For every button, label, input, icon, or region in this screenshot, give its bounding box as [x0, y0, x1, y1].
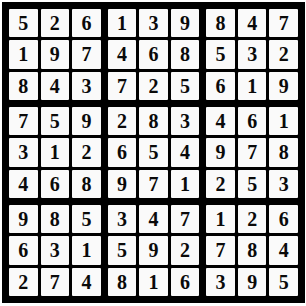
sudoku-cell-r8c2[interactable]: 3 — [41, 236, 70, 264]
sudoku-cell-r8c1[interactable]: 6 — [9, 236, 38, 264]
sudoku-cell-r6c1[interactable]: 4 — [9, 170, 38, 198]
sudoku-cell-r5c1[interactable]: 3 — [9, 138, 38, 166]
sudoku-cell-r3c7[interactable]: 6 — [206, 72, 235, 100]
sudoku-cell-r3c4[interactable]: 7 — [108, 72, 137, 100]
sudoku-cell-r1c5[interactable]: 3 — [139, 9, 168, 37]
sudoku-cell-r5c5[interactable]: 5 — [139, 138, 168, 166]
sudoku-box-1: 526197843 — [9, 9, 101, 100]
sudoku-cell-r5c6[interactable]: 4 — [171, 138, 200, 166]
sudoku-cell-r7c8[interactable]: 2 — [238, 205, 267, 233]
sudoku-cell-r7c5[interactable]: 4 — [139, 205, 168, 233]
sudoku-cell-r5c4[interactable]: 6 — [108, 138, 137, 166]
sudoku-cell-r1c8[interactable]: 4 — [238, 9, 267, 37]
sudoku-cell-r9c2[interactable]: 7 — [41, 268, 70, 296]
sudoku-cell-r9c7[interactable]: 3 — [206, 268, 235, 296]
sudoku-cell-r9c9[interactable]: 5 — [269, 268, 298, 296]
sudoku-cell-r6c4[interactable]: 9 — [108, 170, 137, 198]
sudoku-cell-r1c9[interactable]: 7 — [269, 9, 298, 37]
sudoku-cell-r2c4[interactable]: 4 — [108, 40, 137, 68]
sudoku-cell-r3c2[interactable]: 4 — [41, 72, 70, 100]
sudoku-box-8: 347592816 — [108, 205, 200, 296]
sudoku-cell-r3c6[interactable]: 5 — [171, 72, 200, 100]
sudoku-cell-r3c5[interactable]: 2 — [139, 72, 168, 100]
sudoku-cell-r6c8[interactable]: 5 — [238, 170, 267, 198]
sudoku-cell-r9c6[interactable]: 6 — [171, 268, 200, 296]
sudoku-cell-r4c9[interactable]: 1 — [269, 107, 298, 135]
sudoku-cell-r8c5[interactable]: 9 — [139, 236, 168, 264]
sudoku-cell-r2c1[interactable]: 1 — [9, 40, 38, 68]
sudoku-cell-r7c2[interactable]: 8 — [41, 205, 70, 233]
sudoku-cell-r4c5[interactable]: 8 — [139, 107, 168, 135]
sudoku-cell-r8c3[interactable]: 1 — [72, 236, 101, 264]
sudoku-cell-r8c9[interactable]: 4 — [269, 236, 298, 264]
sudoku-cell-r8c6[interactable]: 2 — [171, 236, 200, 264]
sudoku-cell-r2c7[interactable]: 5 — [206, 40, 235, 68]
sudoku-cell-r6c9[interactable]: 3 — [269, 170, 298, 198]
sudoku-cell-r2c8[interactable]: 3 — [238, 40, 267, 68]
sudoku-cell-r4c7[interactable]: 4 — [206, 107, 235, 135]
sudoku-cell-r7c4[interactable]: 3 — [108, 205, 137, 233]
sudoku-cell-r6c2[interactable]: 6 — [41, 170, 70, 198]
sudoku-cell-r3c9[interactable]: 9 — [269, 72, 298, 100]
sudoku-cell-r7c3[interactable]: 5 — [72, 205, 101, 233]
sudoku-cell-r2c2[interactable]: 9 — [41, 40, 70, 68]
sudoku-cell-r7c6[interactable]: 7 — [171, 205, 200, 233]
sudoku-cell-r5c3[interactable]: 2 — [72, 138, 101, 166]
sudoku-cell-r5c2[interactable]: 1 — [41, 138, 70, 166]
sudoku-cell-r7c9[interactable]: 6 — [269, 205, 298, 233]
sudoku-cell-r9c5[interactable]: 1 — [139, 268, 168, 296]
sudoku-cell-r2c3[interactable]: 7 — [72, 40, 101, 68]
sudoku-cell-r2c6[interactable]: 8 — [171, 40, 200, 68]
sudoku-cell-r5c8[interactable]: 7 — [238, 138, 267, 166]
sudoku-cell-r4c6[interactable]: 3 — [171, 107, 200, 135]
sudoku-box-3: 847532619 — [206, 9, 298, 100]
sudoku-box-5: 283654971 — [108, 107, 200, 198]
sudoku-box-4: 759312468 — [9, 107, 101, 198]
sudoku-cell-r4c8[interactable]: 6 — [238, 107, 267, 135]
sudoku-cell-r2c5[interactable]: 6 — [139, 40, 168, 68]
sudoku-cell-r9c1[interactable]: 2 — [9, 268, 38, 296]
sudoku-cell-r4c1[interactable]: 7 — [9, 107, 38, 135]
sudoku-cell-r9c8[interactable]: 9 — [238, 268, 267, 296]
page: 5261978431394687258475326197593124682836… — [0, 0, 306, 306]
sudoku-cell-r1c3[interactable]: 6 — [72, 9, 101, 37]
sudoku-cell-r4c2[interactable]: 5 — [41, 107, 70, 135]
sudoku-box-6: 461978253 — [206, 107, 298, 198]
sudoku-cell-r6c5[interactable]: 7 — [139, 170, 168, 198]
sudoku-cell-r8c7[interactable]: 7 — [206, 236, 235, 264]
sudoku-cell-r5c9[interactable]: 8 — [269, 138, 298, 166]
sudoku-cell-r7c7[interactable]: 1 — [206, 205, 235, 233]
sudoku-box-7: 985631274 — [9, 205, 101, 296]
sudoku-cell-r1c6[interactable]: 9 — [171, 9, 200, 37]
sudoku-box-2: 139468725 — [108, 9, 200, 100]
sudoku-cell-r1c1[interactable]: 5 — [9, 9, 38, 37]
sudoku-cell-r6c6[interactable]: 1 — [171, 170, 200, 198]
sudoku-cell-r9c4[interactable]: 8 — [108, 268, 137, 296]
sudoku-cell-r3c3[interactable]: 3 — [72, 72, 101, 100]
sudoku-box-9: 126784395 — [206, 205, 298, 296]
sudoku-cell-r6c7[interactable]: 2 — [206, 170, 235, 198]
sudoku-cell-r1c4[interactable]: 1 — [108, 9, 137, 37]
sudoku-cell-r1c2[interactable]: 2 — [41, 9, 70, 37]
sudoku-cell-r1c7[interactable]: 8 — [206, 9, 235, 37]
sudoku-cell-r6c3[interactable]: 8 — [72, 170, 101, 198]
sudoku-cell-r4c4[interactable]: 2 — [108, 107, 137, 135]
sudoku-cell-r9c3[interactable]: 4 — [72, 268, 101, 296]
sudoku-cell-r8c4[interactable]: 5 — [108, 236, 137, 264]
sudoku-cell-r5c7[interactable]: 9 — [206, 138, 235, 166]
sudoku-cell-r3c1[interactable]: 8 — [9, 72, 38, 100]
sudoku-cell-r8c8[interactable]: 8 — [238, 236, 267, 264]
sudoku-cell-r4c3[interactable]: 9 — [72, 107, 101, 135]
sudoku-cell-r3c8[interactable]: 1 — [238, 72, 267, 100]
sudoku-cell-r2c9[interactable]: 2 — [269, 40, 298, 68]
sudoku-cell-r7c1[interactable]: 9 — [9, 205, 38, 233]
sudoku-board: 5261978431394687258475326197593124682836… — [2, 2, 305, 303]
